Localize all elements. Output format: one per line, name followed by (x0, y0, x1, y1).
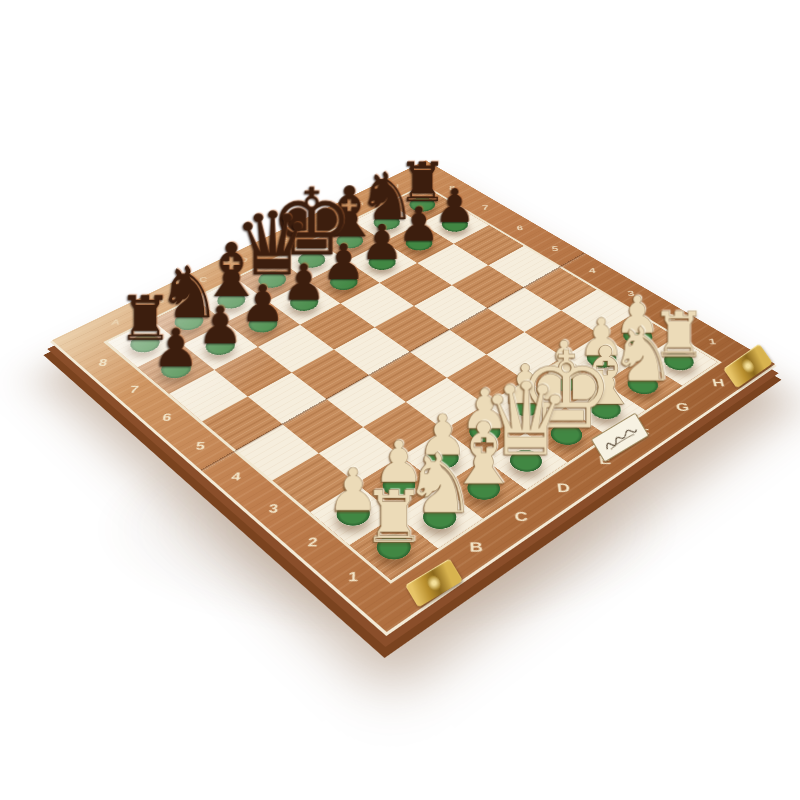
coord-label-4: 4 (219, 456, 253, 498)
black-pawn[interactable]: ♟ (142, 321, 211, 374)
square-e5[interactable] (375, 306, 450, 352)
coord-label-8: 8 (85, 345, 120, 380)
coord-label-B: B (444, 537, 509, 559)
white-rook[interactable]: ♜ (347, 482, 441, 554)
